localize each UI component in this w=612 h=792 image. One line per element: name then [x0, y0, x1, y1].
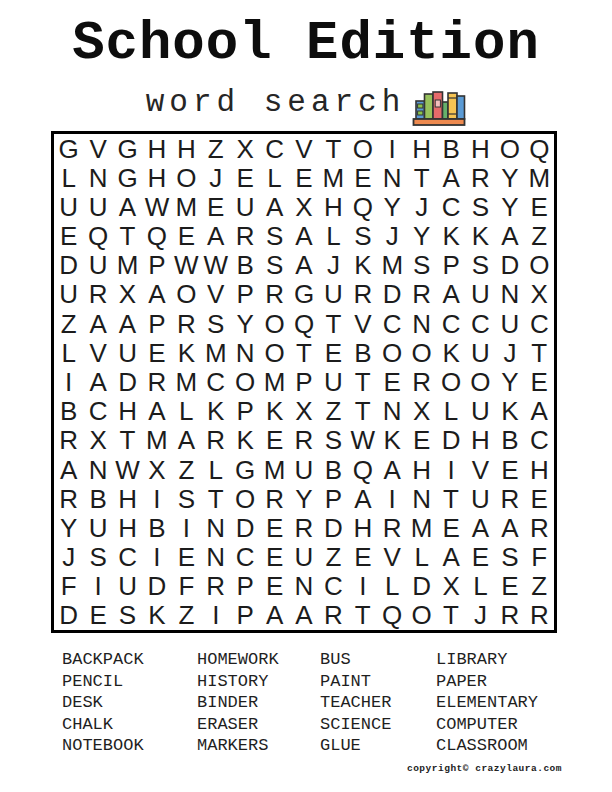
grid-cell: V — [201, 280, 230, 309]
grid-cell: A — [201, 222, 230, 251]
grid-cell: N — [289, 572, 318, 601]
grid-cell: C — [436, 309, 465, 338]
grid-cell: L — [172, 397, 201, 426]
grid-cell: Z — [201, 134, 230, 163]
grid-cell: O — [260, 338, 289, 367]
grid-cell: N — [407, 484, 436, 513]
grid-cell: O — [172, 163, 201, 192]
grid-cell: X — [407, 397, 436, 426]
grid-cell: K — [172, 338, 201, 367]
grid-cell: S — [466, 251, 495, 280]
grid-cell: E — [407, 426, 436, 455]
grid-cell: A — [113, 309, 142, 338]
grid-cell: E — [260, 513, 289, 542]
grid-cell: E — [230, 163, 259, 192]
grid-cell: I — [436, 455, 465, 484]
grid-cell: O — [230, 484, 259, 513]
grid-cell: V — [348, 309, 377, 338]
grid-cell: E — [319, 338, 348, 367]
grid-cell: A — [83, 309, 112, 338]
grid-cell: A — [260, 192, 289, 221]
grid-cell: U — [113, 338, 142, 367]
grid-cell: R — [466, 163, 495, 192]
grid-cell: Q — [289, 309, 318, 338]
grid-cell: P — [230, 280, 259, 309]
word-list-column: LIBRARYPAPERELEMENTARYCOMPUTERCLASSROOM — [436, 649, 538, 757]
grid-cell: A — [436, 280, 465, 309]
word-list-item: MARKERS — [197, 735, 279, 757]
grid-cell: D — [319, 513, 348, 542]
grid-cell: H — [113, 397, 142, 426]
grid-cell: J — [319, 251, 348, 280]
grid-cell: I — [172, 513, 201, 542]
grid-cell: R — [83, 280, 112, 309]
grid-cell: Q — [525, 134, 554, 163]
grid-cell: W — [172, 251, 201, 280]
grid-cell: Y — [407, 222, 436, 251]
grid-cell: E — [525, 484, 554, 513]
grid-cell: R — [142, 367, 171, 396]
grid-cell: V — [466, 455, 495, 484]
grid-cell: Q — [142, 222, 171, 251]
word-list-item: PENCIL — [62, 671, 144, 693]
grid-cell: R — [378, 513, 407, 542]
grid-cell: P — [230, 572, 259, 601]
grid-cell: T — [348, 367, 377, 396]
grid-cell: I — [54, 367, 83, 396]
word-list-item: BACKPACK — [62, 649, 144, 671]
grid-cell: I — [142, 542, 171, 571]
grid-cell: D — [495, 251, 524, 280]
grid-cell: V — [83, 338, 112, 367]
grid-cell: N — [230, 338, 259, 367]
grid-cell: R — [172, 309, 201, 338]
grid-cell: M — [172, 367, 201, 396]
word-list-item: PAINT — [320, 671, 391, 693]
grid-cell: E — [142, 338, 171, 367]
grid-cell: D — [407, 572, 436, 601]
grid-cell: S — [201, 309, 230, 338]
grid-cell: A — [142, 397, 171, 426]
grid-cell: S — [407, 251, 436, 280]
grid-cell: H — [466, 426, 495, 455]
grid-cell: F — [172, 572, 201, 601]
grid-cell: T — [319, 134, 348, 163]
grid-cell: B — [495, 426, 524, 455]
grid-cell: A — [260, 601, 289, 630]
grid-cell: X — [289, 192, 318, 221]
grid-cell: L — [378, 572, 407, 601]
grid-cell: X — [83, 426, 112, 455]
grid-cell: C — [260, 134, 289, 163]
grid-cell: P — [230, 397, 259, 426]
grid-cell: U — [113, 572, 142, 601]
grid-cell: Z — [172, 455, 201, 484]
grid-cell: C — [436, 192, 465, 221]
grid-cell: I — [378, 134, 407, 163]
grid-cell: D — [113, 367, 142, 396]
copyright-text: copyright© crazylaura.com — [407, 763, 562, 774]
grid-cell: L — [54, 338, 83, 367]
grid-cell: S — [83, 542, 112, 571]
grid-cell: A — [289, 251, 318, 280]
word-list-column: HOMEWORKHISTORYBINDERERASERMARKERS — [197, 649, 279, 757]
grid-cell: A — [348, 484, 377, 513]
grid-cell: C — [378, 309, 407, 338]
grid-cell: N — [378, 163, 407, 192]
grid-cell: Y — [378, 192, 407, 221]
grid-cell: M — [407, 513, 436, 542]
grid-cell: C — [201, 367, 230, 396]
grid-cell: D — [436, 426, 465, 455]
page-title: School Edition — [0, 14, 612, 73]
grid-cell: X — [230, 134, 259, 163]
grid-cell: M — [525, 163, 554, 192]
grid-cell: K — [348, 251, 377, 280]
grid-cell: E — [525, 367, 554, 396]
grid-cell: A — [466, 513, 495, 542]
grid-cell: H — [142, 163, 171, 192]
grid-cell: Y — [54, 513, 83, 542]
grid-cell: O — [230, 367, 259, 396]
grid-cell: X — [436, 572, 465, 601]
grid-cell: U — [54, 192, 83, 221]
word-list-item: LIBRARY — [436, 649, 538, 671]
grid-cell: L — [436, 397, 465, 426]
grid-cell: X — [525, 280, 554, 309]
grid-cell: B — [348, 338, 377, 367]
grid-cell: H — [407, 455, 436, 484]
grid-cell: P — [436, 251, 465, 280]
grid-cell: A — [378, 455, 407, 484]
grid-cell: M — [260, 455, 289, 484]
word-list-item: SCIENCE — [320, 714, 391, 736]
grid-cell: H — [142, 134, 171, 163]
grid-cell: R — [230, 222, 259, 251]
grid-cell: K — [466, 222, 495, 251]
grid-cell: F — [54, 572, 83, 601]
word-list-item: BINDER — [197, 692, 279, 714]
grid-cell: J — [466, 601, 495, 630]
grid-cell: N — [83, 455, 112, 484]
grid-cell: W — [348, 426, 377, 455]
grid-cell: U — [319, 280, 348, 309]
grid-cell: S — [113, 601, 142, 630]
books-icon — [412, 83, 466, 131]
grid-cell: R — [289, 513, 318, 542]
grid-cell: F — [525, 542, 554, 571]
grid-cell: A — [436, 163, 465, 192]
grid-cell: O — [407, 601, 436, 630]
grid-cell: C — [319, 572, 348, 601]
grid-cell: B — [83, 484, 112, 513]
grid-cell: G — [113, 134, 142, 163]
word-list-item: HISTORY — [197, 671, 279, 693]
grid-cell: P — [142, 309, 171, 338]
word-list-item: PAPER — [436, 671, 538, 693]
word-list-column: BUSPAINTTEACHERSCIENCEGLUE — [320, 649, 391, 757]
word-list-item: TEACHER — [320, 692, 391, 714]
grid-cell: Y — [495, 163, 524, 192]
grid-cell: K — [201, 397, 230, 426]
grid-cell: A — [289, 222, 318, 251]
grid-cell: C — [525, 309, 554, 338]
grid-cell: L — [466, 572, 495, 601]
grid-cell: H — [525, 455, 554, 484]
grid-cell: C — [83, 397, 112, 426]
grid-cell: L — [319, 222, 348, 251]
grid-cell: H — [113, 484, 142, 513]
grid-cell: O — [436, 367, 465, 396]
grid-cell: S — [260, 222, 289, 251]
grid-cell: L — [54, 163, 83, 192]
grid-cell: S — [172, 484, 201, 513]
grid-cell: Z — [172, 601, 201, 630]
grid-cell: E — [54, 222, 83, 251]
grid-cell: R — [495, 601, 524, 630]
grid-cell: K — [436, 338, 465, 367]
grid-cell: U — [54, 280, 83, 309]
grid-cell: N — [201, 513, 230, 542]
grid-cell: S — [466, 192, 495, 221]
grid-cell: U — [319, 367, 348, 396]
grid-cell: S — [495, 542, 524, 571]
grid-cell: M — [201, 338, 230, 367]
grid-cell: N — [201, 542, 230, 571]
grid-cell: A — [525, 397, 554, 426]
grid-cell: Z — [319, 542, 348, 571]
grid-cell: K — [142, 601, 171, 630]
grid-cell: B — [54, 397, 83, 426]
grid-cell: E — [466, 542, 495, 571]
grid-cell: A — [172, 426, 201, 455]
grid-cell: E — [525, 192, 554, 221]
grid-cell: R — [260, 280, 289, 309]
grid-cell: T — [319, 309, 348, 338]
word-list-item: ERASER — [197, 714, 279, 736]
grid-cell: Z — [54, 309, 83, 338]
grid-cell: T — [348, 397, 377, 426]
grid-cell: A — [113, 192, 142, 221]
word-list-item: ELEMENTARY — [436, 692, 538, 714]
grid-cell: T — [348, 601, 377, 630]
grid-cell: G — [289, 280, 318, 309]
grid-cell: G — [113, 163, 142, 192]
grid-cell: C — [230, 542, 259, 571]
grid-cell: H — [407, 134, 436, 163]
grid-cell: T — [525, 338, 554, 367]
grid-cell: H — [319, 192, 348, 221]
grid-cell: B — [142, 513, 171, 542]
grid-cell: V — [83, 134, 112, 163]
grid-cell: O — [172, 280, 201, 309]
grid-cell: Q — [378, 601, 407, 630]
grid-cell: G — [54, 134, 83, 163]
grid-cell: M — [378, 251, 407, 280]
grid-cell: D — [54, 601, 83, 630]
word-list-item: GLUE — [320, 735, 391, 757]
grid-cell: Q — [83, 222, 112, 251]
grid-cell: M — [319, 163, 348, 192]
grid-cell: D — [54, 251, 83, 280]
grid-cell: H — [348, 513, 377, 542]
grid-cell: R — [407, 367, 436, 396]
word-list-item: CHALK — [62, 714, 144, 736]
grid-cell: W — [142, 192, 171, 221]
grid-cell: E — [260, 426, 289, 455]
grid-cell: X — [289, 397, 318, 426]
grid-cell: X — [142, 455, 171, 484]
grid-cell: C — [466, 309, 495, 338]
grid-cell: U — [466, 280, 495, 309]
grid-cell: U — [83, 192, 112, 221]
grid-cell: L — [260, 163, 289, 192]
grid-cell: C — [113, 542, 142, 571]
grid-cell: R — [319, 601, 348, 630]
word-list-item: DESK — [62, 692, 144, 714]
grid-cell: R — [54, 426, 83, 455]
grid-cell: W — [113, 455, 142, 484]
grid-cell: P — [319, 484, 348, 513]
grid-cell: O — [378, 338, 407, 367]
grid-cell: I — [83, 572, 112, 601]
grid-cell: J — [378, 222, 407, 251]
grid-cell: U — [466, 338, 495, 367]
grid-cell: Y — [495, 367, 524, 396]
grid-cell: Z — [525, 222, 554, 251]
grid-cell: U — [289, 455, 318, 484]
grid-cell: Y — [289, 484, 318, 513]
grid-cell: A — [142, 280, 171, 309]
grid-cell: T — [436, 484, 465, 513]
grid-cell: E — [201, 192, 230, 221]
grid-cell: O — [407, 338, 436, 367]
grid-cell: N — [495, 280, 524, 309]
grid-cell: L — [201, 455, 230, 484]
grid-cell: P — [142, 251, 171, 280]
grid-cell: H — [466, 134, 495, 163]
grid-cell: K — [230, 426, 259, 455]
grid-cell: D — [230, 513, 259, 542]
grid-cell: E — [495, 572, 524, 601]
grid-cell: Z — [525, 572, 554, 601]
word-list-item: HOMEWORK — [197, 649, 279, 671]
grid-cell: U — [495, 309, 524, 338]
grid-cell: O — [466, 367, 495, 396]
grid-cell: K — [378, 426, 407, 455]
grid-cell: D — [378, 280, 407, 309]
grid-cell: E — [172, 542, 201, 571]
grid-cell: E — [172, 222, 201, 251]
grid-cell: A — [83, 367, 112, 396]
grid-cell: O — [260, 309, 289, 338]
grid-cell: J — [407, 192, 436, 221]
grid-cell: T — [407, 163, 436, 192]
grid-cell: E — [289, 163, 318, 192]
grid-cell: P — [230, 601, 259, 630]
grid-cell: U — [83, 513, 112, 542]
grid-cell: I — [142, 484, 171, 513]
word-list-item: BUS — [320, 649, 391, 671]
grid-cell: E — [260, 542, 289, 571]
grid-cell: M — [113, 251, 142, 280]
grid-cell: N — [378, 397, 407, 426]
grid-cell: H — [172, 134, 201, 163]
grid-cell: M — [142, 426, 171, 455]
grid-cell: R — [201, 426, 230, 455]
grid-cell: I — [378, 484, 407, 513]
grid-cell: Y — [230, 309, 259, 338]
grid-cell: E — [348, 542, 377, 571]
grid-cell: E — [436, 513, 465, 542]
grid-cell: X — [113, 280, 142, 309]
grid-cell: E — [260, 572, 289, 601]
grid-cell: N — [407, 309, 436, 338]
grid-cell: S — [319, 426, 348, 455]
grid-cell: U — [466, 484, 495, 513]
grid-cell: E — [495, 455, 524, 484]
grid-cell: R — [260, 484, 289, 513]
grid-cell: A — [54, 455, 83, 484]
page-subtitle: word search — [146, 87, 406, 130]
grid-cell: N — [83, 163, 112, 192]
grid-cell: Q — [348, 192, 377, 221]
word-list-column: BACKPACKPENCILDESKCHALKNOTEBOOK — [62, 649, 144, 757]
grid-cell: V — [378, 542, 407, 571]
grid-cell: T — [201, 484, 230, 513]
grid-cell: K — [436, 222, 465, 251]
grid-cell: J — [201, 163, 230, 192]
grid-cell: S — [348, 222, 377, 251]
grid-cell: R — [525, 601, 554, 630]
grid-cell: K — [260, 397, 289, 426]
grid-cell: S — [260, 251, 289, 280]
grid-cell: R — [525, 513, 554, 542]
grid-cell: C — [525, 426, 554, 455]
grid-cell: R — [54, 484, 83, 513]
grid-cell: K — [495, 397, 524, 426]
grid-cell: U — [466, 397, 495, 426]
grid-cell: R — [201, 572, 230, 601]
word-list-item: COMPUTER — [436, 714, 538, 736]
grid-cell: U — [230, 192, 259, 221]
grid-cell: T — [113, 426, 142, 455]
grid-cell: E — [83, 601, 112, 630]
word-list-item: CLASSROOM — [436, 735, 538, 757]
grid-cell: Z — [319, 397, 348, 426]
subtitle-row: word search — [0, 78, 612, 130]
grid-cell: M — [172, 192, 201, 221]
grid-cell: P — [289, 367, 318, 396]
grid-cell: Y — [495, 192, 524, 221]
grid-cell: T — [436, 601, 465, 630]
grid-cell: I — [348, 572, 377, 601]
word-list-item: NOTEBOOK — [62, 735, 144, 757]
grid-cell: A — [495, 222, 524, 251]
grid-cell: U — [289, 542, 318, 571]
grid-cell: E — [348, 163, 377, 192]
grid-cell: O — [525, 251, 554, 280]
grid-cell: W — [201, 251, 230, 280]
grid-cell: B — [319, 455, 348, 484]
grid-cell: A — [436, 542, 465, 571]
grid-cell: M — [260, 367, 289, 396]
grid-cell: A — [495, 513, 524, 542]
grid-cell: R — [407, 280, 436, 309]
grid-cell: I — [201, 601, 230, 630]
word-list: BACKPACKPENCILDESKCHALKNOTEBOOK HOMEWORK… — [0, 649, 612, 764]
grid-cell: G — [230, 455, 259, 484]
